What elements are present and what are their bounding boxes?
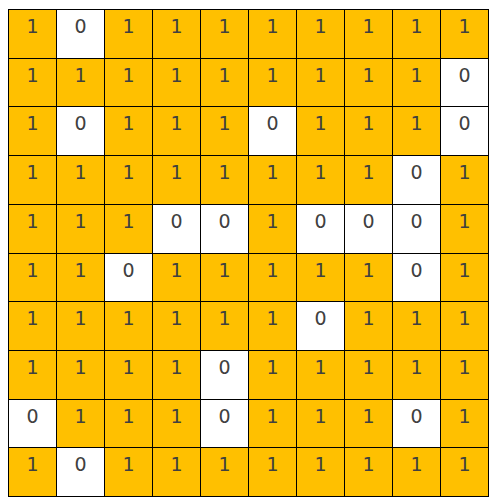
- cell-r2c2[interactable]: 1: [57, 59, 104, 107]
- cell-r2c1[interactable]: 1: [9, 59, 56, 107]
- cell-r6c10[interactable]: 1: [441, 254, 488, 302]
- cell-r5c3[interactable]: 1: [105, 205, 152, 253]
- cell-r4c8[interactable]: 1: [345, 156, 392, 204]
- cell-r6c3[interactable]: 0: [105, 254, 152, 302]
- cell-r4c9[interactable]: 0: [393, 156, 440, 204]
- cell-r2c6[interactable]: 1: [249, 59, 296, 107]
- cell-r4c5[interactable]: 1: [201, 156, 248, 204]
- cell-r5c6[interactable]: 1: [249, 205, 296, 253]
- cell-r1c10[interactable]: 1: [441, 10, 488, 58]
- cell-r4c1[interactable]: 1: [9, 156, 56, 204]
- cell-r3c6[interactable]: 0: [249, 107, 296, 155]
- cell-r2c3[interactable]: 1: [105, 59, 152, 107]
- cell-r8c2[interactable]: 1: [57, 351, 104, 399]
- cell-r5c10[interactable]: 1: [441, 205, 488, 253]
- cell-r3c9[interactable]: 1: [393, 107, 440, 155]
- cell-r7c3[interactable]: 1: [105, 302, 152, 350]
- cell-r9c5[interactable]: 0: [201, 400, 248, 448]
- cell-r5c5[interactable]: 0: [201, 205, 248, 253]
- cell-r2c5[interactable]: 1: [201, 59, 248, 107]
- cell-r9c4[interactable]: 1: [153, 400, 200, 448]
- cell-r1c2[interactable]: 0: [57, 10, 104, 58]
- cell-r7c9[interactable]: 1: [393, 302, 440, 350]
- cell-r1c9[interactable]: 1: [393, 10, 440, 58]
- cell-r10c5[interactable]: 1: [201, 448, 248, 496]
- cell-r9c2[interactable]: 1: [57, 400, 104, 448]
- cell-r1c7[interactable]: 1: [297, 10, 344, 58]
- cell-r5c8[interactable]: 0: [345, 205, 392, 253]
- cell-r7c8[interactable]: 1: [345, 302, 392, 350]
- cell-r8c10[interactable]: 1: [441, 351, 488, 399]
- cell-r1c6[interactable]: 1: [249, 10, 296, 58]
- cell-r8c3[interactable]: 1: [105, 351, 152, 399]
- cell-r3c2[interactable]: 0: [57, 107, 104, 155]
- cell-r5c2[interactable]: 1: [57, 205, 104, 253]
- cell-r5c9[interactable]: 0: [393, 205, 440, 253]
- cell-r7c10[interactable]: 1: [441, 302, 488, 350]
- cell-r4c2[interactable]: 1: [57, 156, 104, 204]
- cell-r6c1[interactable]: 1: [9, 254, 56, 302]
- cell-r2c9[interactable]: 1: [393, 59, 440, 107]
- cell-r2c7[interactable]: 1: [297, 59, 344, 107]
- cell-r4c6[interactable]: 1: [249, 156, 296, 204]
- cell-r3c5[interactable]: 1: [201, 107, 248, 155]
- cell-r3c10[interactable]: 0: [441, 107, 488, 155]
- cell-r10c10[interactable]: 1: [441, 448, 488, 496]
- cell-r6c8[interactable]: 1: [345, 254, 392, 302]
- cell-r7c4[interactable]: 1: [153, 302, 200, 350]
- cell-r9c3[interactable]: 1: [105, 400, 152, 448]
- cell-r2c8[interactable]: 1: [345, 59, 392, 107]
- cell-r4c7[interactable]: 1: [297, 156, 344, 204]
- cell-r10c1[interactable]: 1: [9, 448, 56, 496]
- cell-r5c4[interactable]: 0: [153, 205, 200, 253]
- cell-r10c8[interactable]: 1: [345, 448, 392, 496]
- cell-r2c4[interactable]: 1: [153, 59, 200, 107]
- cell-r8c5[interactable]: 0: [201, 351, 248, 399]
- cell-r7c1[interactable]: 1: [9, 302, 56, 350]
- cell-r9c8[interactable]: 1: [345, 400, 392, 448]
- cell-r9c1[interactable]: 0: [9, 400, 56, 448]
- cell-r10c9[interactable]: 1: [393, 448, 440, 496]
- cell-r9c9[interactable]: 0: [393, 400, 440, 448]
- cell-r4c4[interactable]: 1: [153, 156, 200, 204]
- cell-r3c4[interactable]: 1: [153, 107, 200, 155]
- cell-r5c7[interactable]: 0: [297, 205, 344, 253]
- cell-r6c4[interactable]: 1: [153, 254, 200, 302]
- cell-r6c9[interactable]: 0: [393, 254, 440, 302]
- cell-r2c10[interactable]: 0: [441, 59, 488, 107]
- cell-r8c7[interactable]: 1: [297, 351, 344, 399]
- cell-r3c8[interactable]: 1: [345, 107, 392, 155]
- cell-r7c6[interactable]: 1: [249, 302, 296, 350]
- cell-r8c8[interactable]: 1: [345, 351, 392, 399]
- cell-r6c6[interactable]: 1: [249, 254, 296, 302]
- cell-r5c1[interactable]: 1: [9, 205, 56, 253]
- cell-r8c6[interactable]: 1: [249, 351, 296, 399]
- cell-r1c8[interactable]: 1: [345, 10, 392, 58]
- board: 1011111111111111111010111011101111111101…: [8, 9, 489, 497]
- cell-r10c7[interactable]: 1: [297, 448, 344, 496]
- cell-r7c7[interactable]: 0: [297, 302, 344, 350]
- cell-r9c10[interactable]: 1: [441, 400, 488, 448]
- cell-r1c1[interactable]: 1: [9, 10, 56, 58]
- cell-r10c2[interactable]: 0: [57, 448, 104, 496]
- cell-r7c2[interactable]: 1: [57, 302, 104, 350]
- cell-r3c1[interactable]: 1: [9, 107, 56, 155]
- cell-r7c5[interactable]: 1: [201, 302, 248, 350]
- cell-r4c3[interactable]: 1: [105, 156, 152, 204]
- cell-r6c5[interactable]: 1: [201, 254, 248, 302]
- cell-r1c5[interactable]: 1: [201, 10, 248, 58]
- cell-r8c4[interactable]: 1: [153, 351, 200, 399]
- cell-r3c3[interactable]: 1: [105, 107, 152, 155]
- cell-r10c3[interactable]: 1: [105, 448, 152, 496]
- cell-r8c1[interactable]: 1: [9, 351, 56, 399]
- cell-r9c6[interactable]: 1: [249, 400, 296, 448]
- cell-r4c10[interactable]: 1: [441, 156, 488, 204]
- cell-r9c7[interactable]: 1: [297, 400, 344, 448]
- cell-r1c3[interactable]: 1: [105, 10, 152, 58]
- cell-r10c6[interactable]: 1: [249, 448, 296, 496]
- cell-r1c4[interactable]: 1: [153, 10, 200, 58]
- cell-r6c7[interactable]: 1: [297, 254, 344, 302]
- cell-r10c4[interactable]: 1: [153, 448, 200, 496]
- cell-r8c9[interactable]: 1: [393, 351, 440, 399]
- cell-r6c2[interactable]: 1: [57, 254, 104, 302]
- cell-r3c7[interactable]: 1: [297, 107, 344, 155]
